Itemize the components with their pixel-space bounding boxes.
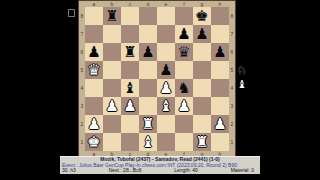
square-a5[interactable]: ♛ <box>85 61 103 79</box>
square-b6[interactable] <box>103 43 121 61</box>
black-pawn: ♟ <box>141 43 154 61</box>
square-g5[interactable] <box>193 61 211 79</box>
white-pawn: ♟ <box>177 97 190 115</box>
game-length: Length: 40 <box>174 168 198 174</box>
square-f3[interactable]: ♟ <box>175 97 193 115</box>
rank-label-1-right: 1 <box>229 133 235 151</box>
black-rook: ♜ <box>123 43 136 61</box>
square-b2[interactable] <box>103 115 121 133</box>
square-b8[interactable]: ♜ <box>103 7 121 25</box>
square-h5[interactable] <box>211 61 229 79</box>
black-pawn: ♟ <box>195 25 208 43</box>
square-d4[interactable] <box>139 79 157 97</box>
square-g8[interactable]: ♚ <box>193 7 211 25</box>
white-pawn: ♟ <box>123 97 136 115</box>
rank-label-7-right: 7 <box>229 25 235 43</box>
square-h1[interactable] <box>211 133 229 151</box>
next-move: Next : 28...Bc6 <box>109 168 142 174</box>
chess-diagram: abcdefgh8♜♚87♟♟76♟♜♟♛♟65♛♟54♝♟♞43♟♟♝♟32♟… <box>0 0 320 180</box>
square-c3[interactable]: ♟ <box>121 97 139 115</box>
square-a4[interactable] <box>85 79 103 97</box>
square-g1[interactable]: ♜ <box>193 133 211 151</box>
square-e3[interactable]: ♝ <box>157 97 175 115</box>
square-c6[interactable]: ♜ <box>121 43 139 61</box>
square-d7[interactable] <box>139 25 157 43</box>
rank-label-2-right: 2 <box>229 115 235 133</box>
chess-board: abcdefgh8♜♚87♟♟76♟♜♟♛♟65♛♟54♝♟♞43♟♟♝♟32♟… <box>78 0 236 158</box>
black-knight-icon: ♞ <box>237 64 247 77</box>
black-pawn: ♟ <box>159 61 172 79</box>
square-h2[interactable]: ♟ <box>211 115 229 133</box>
square-d1[interactable]: ♝ <box>139 133 157 151</box>
square-e1[interactable] <box>157 133 175 151</box>
white-king: ♚ <box>87 133 100 151</box>
square-c4[interactable]: ♝ <box>121 79 139 97</box>
black-king: ♚ <box>195 7 208 25</box>
square-g6[interactable] <box>193 43 211 61</box>
black-queen: ♛ <box>177 43 190 61</box>
square-b3[interactable]: ♟ <box>103 97 121 115</box>
square-c8[interactable] <box>121 7 139 25</box>
white-pawn: ♟ <box>87 115 100 133</box>
square-c2[interactable] <box>121 115 139 133</box>
black-bishop: ♝ <box>123 79 136 97</box>
material-imbalance-tray: ♞♝ <box>235 64 249 91</box>
black-pawn: ♟ <box>213 43 226 61</box>
square-h6[interactable]: ♟ <box>211 43 229 61</box>
square-a1[interactable]: ♚ <box>85 133 103 151</box>
square-c5[interactable] <box>121 61 139 79</box>
white-rook: ♜ <box>141 115 154 133</box>
square-f6[interactable]: ♛ <box>175 43 193 61</box>
square-e5[interactable]: ♟ <box>157 61 175 79</box>
square-e6[interactable] <box>157 43 175 61</box>
white-bishop: ♝ <box>159 97 172 115</box>
square-g4[interactable] <box>193 79 211 97</box>
square-f5[interactable] <box>175 61 193 79</box>
status-line: 30. h3 Next : 28...Bc6 Length: 40 Materi… <box>60 168 260 174</box>
square-d2[interactable]: ♜ <box>139 115 157 133</box>
square-d5[interactable] <box>139 61 157 79</box>
square-f8[interactable] <box>175 7 193 25</box>
white-pawn: ♟ <box>159 79 172 97</box>
white-rook: ♜ <box>195 133 208 151</box>
square-h3[interactable] <box>211 97 229 115</box>
square-h7[interactable] <box>211 25 229 43</box>
white-pawn: ♟ <box>213 115 226 133</box>
current-move: 30. h3 <box>62 168 76 174</box>
square-e4[interactable]: ♟ <box>157 79 175 97</box>
square-g7[interactable]: ♟ <box>193 25 211 43</box>
black-pawn: ♟ <box>87 43 100 61</box>
square-g3[interactable] <box>193 97 211 115</box>
white-bishop-icon: ♝ <box>237 78 247 91</box>
square-c1[interactable] <box>121 133 139 151</box>
black-rook: ♜ <box>105 7 118 25</box>
square-b1[interactable] <box>103 133 121 151</box>
white-bishop: ♝ <box>141 133 154 151</box>
rank-label-8-right: 8 <box>229 7 235 25</box>
rank-label-6-right: 6 <box>229 43 235 61</box>
square-a3[interactable] <box>85 97 103 115</box>
square-d8[interactable] <box>139 7 157 25</box>
square-f4[interactable]: ♞ <box>175 79 193 97</box>
square-c7[interactable] <box>121 25 139 43</box>
square-e7[interactable] <box>157 25 175 43</box>
square-a8[interactable] <box>85 7 103 25</box>
square-f2[interactable] <box>175 115 193 133</box>
square-b4[interactable] <box>103 79 121 97</box>
square-a2[interactable]: ♟ <box>85 115 103 133</box>
black-pawn: ♟ <box>177 25 190 43</box>
square-g2[interactable] <box>193 115 211 133</box>
white-pawn: ♟ <box>105 97 118 115</box>
square-d6[interactable]: ♟ <box>139 43 157 61</box>
game-info-caption: Mozik, Tobofal (2437) - Samadov, Read (2… <box>60 156 260 174</box>
square-e2[interactable] <box>157 115 175 133</box>
square-b7[interactable] <box>103 25 121 43</box>
black-to-move-indicator <box>68 9 75 17</box>
material-balance: Material: 0 <box>231 168 254 174</box>
black-knight: ♞ <box>177 79 190 97</box>
square-h4[interactable] <box>211 79 229 97</box>
square-h8[interactable] <box>211 7 229 25</box>
white-queen: ♛ <box>87 61 100 79</box>
rank-label-3-right: 3 <box>229 97 235 115</box>
square-e8[interactable] <box>157 7 175 25</box>
square-b5[interactable] <box>103 61 121 79</box>
square-a6[interactable]: ♟ <box>85 43 103 61</box>
square-d3[interactable] <box>139 97 157 115</box>
square-a7[interactable] <box>85 25 103 43</box>
square-f1[interactable] <box>175 133 193 151</box>
square-f7[interactable]: ♟ <box>175 25 193 43</box>
